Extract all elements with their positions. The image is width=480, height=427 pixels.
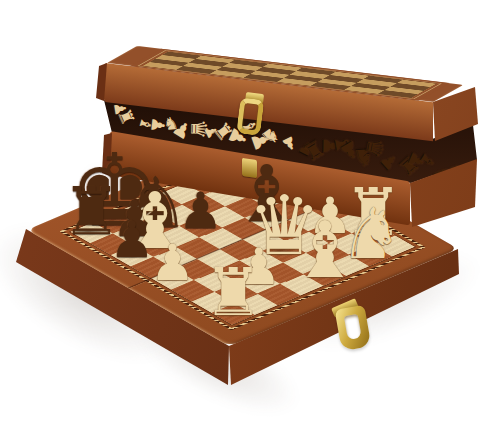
piece-white-rook-a1[interactable]: ♜	[204, 260, 263, 326]
piece-white-bishop-e1[interactable]: ♝	[290, 211, 360, 289]
piece-dark-pawn-a6[interactable]: ♟	[110, 215, 155, 265]
product-photo-scene: ♟♜♝♟♞♟♛♟♜♟♝♟♞♟♟♜♟♝♟♞♛♟♜♟♝♞♟ ♝♚♞♟♟♜♜♟♝♛♞♟…	[0, 0, 480, 427]
piece-white-pawn-a4[interactable]: ♟	[150, 238, 195, 288]
pieces-layer: ♝♚♞♟♟♜♜♟♝♛♞♟♝♟♟♜	[0, 0, 480, 427]
